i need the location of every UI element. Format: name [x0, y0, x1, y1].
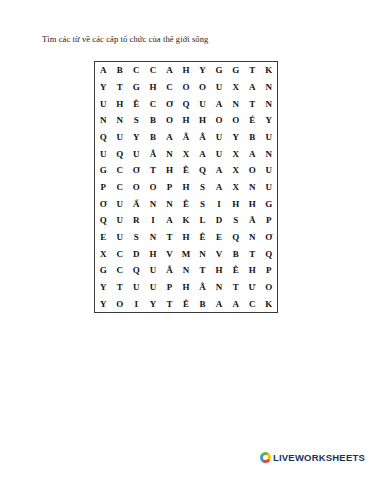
worksheet-page: Tìm các từ về các cấp tổ chức của thế gi… — [0, 0, 372, 480]
grid-cell[interactable]: K — [178, 212, 195, 229]
grid-cell[interactable]: X — [178, 145, 195, 162]
grid-cell[interactable]: N — [145, 229, 162, 246]
grid-cell[interactable]: N — [194, 245, 211, 262]
grid-cell[interactable]: U — [112, 195, 129, 212]
grid-cell[interactable]: X — [227, 162, 244, 179]
grid-cell[interactable]: A — [161, 62, 178, 79]
grid-cell[interactable]: U — [211, 129, 228, 146]
grid-cell[interactable]: H — [178, 62, 195, 79]
grid-cell[interactable]: I — [145, 212, 162, 229]
grid-cell[interactable]: B — [145, 112, 162, 129]
grid-cell[interactable]: A — [211, 295, 228, 312]
grid-cell[interactable]: U — [112, 229, 129, 246]
grid-cell[interactable]: U — [260, 179, 277, 196]
grid-cell[interactable]: H — [178, 179, 195, 196]
puzzle-title: Tìm các từ về các cấp tổ chức của thế gi… — [42, 34, 208, 44]
grid-cell[interactable]: Q — [112, 145, 129, 162]
grid-cell[interactable]: O — [260, 279, 277, 296]
grid-cell[interactable]: Ơ — [260, 229, 277, 246]
grid-cell[interactable]: U — [211, 79, 228, 96]
grid-cell[interactable]: T — [194, 262, 211, 279]
grid-cell[interactable]: H — [244, 262, 261, 279]
grid-cell[interactable]: Y — [145, 295, 162, 312]
grid-cell[interactable]: G — [128, 79, 145, 96]
grid-cell[interactable]: S — [194, 195, 211, 212]
grid-cell[interactable]: P — [260, 262, 277, 279]
grid-cell[interactable]: A — [95, 62, 112, 79]
grid-cell[interactable]: G — [260, 195, 277, 212]
grid-cell[interactable]: H — [178, 229, 195, 246]
grid-cell[interactable]: N — [161, 195, 178, 212]
grid-cell[interactable]: T — [112, 79, 129, 96]
grid-cell[interactable]: U — [95, 95, 112, 112]
grid-cell[interactable]: N — [95, 112, 112, 129]
grid-cell[interactable]: N — [161, 145, 178, 162]
grid-cell[interactable]: Q — [128, 262, 145, 279]
grid-cell[interactable]: R — [128, 212, 145, 229]
grid-cell[interactable]: T — [244, 245, 261, 262]
grid-cell[interactable]: Ê — [178, 195, 195, 212]
grid-cell[interactable]: C — [161, 79, 178, 96]
grid-cell[interactable]: N — [227, 95, 244, 112]
grid-cell[interactable]: H — [112, 95, 129, 112]
grid-cell[interactable]: T — [227, 279, 244, 296]
grid-cell[interactable]: N — [260, 95, 277, 112]
grid-cell[interactable]: U — [145, 279, 162, 296]
grid-cell[interactable]: Q — [194, 162, 211, 179]
grid-cell[interactable]: Ã — [244, 212, 261, 229]
grid-cell[interactable]: O — [178, 79, 195, 96]
grid-cell[interactable]: C — [128, 62, 145, 79]
grid-cell[interactable]: O — [161, 112, 178, 129]
grid-cell[interactable]: O — [194, 79, 211, 96]
grid-cell[interactable]: Ê — [227, 262, 244, 279]
grid-cell[interactable]: Y — [194, 62, 211, 79]
grid-cell[interactable]: C — [112, 262, 129, 279]
grid-cell[interactable]: Ơ — [161, 95, 178, 112]
grid-cell[interactable]: Ẩ — [128, 195, 145, 212]
grid-cell[interactable]: C — [112, 179, 129, 196]
grid-cell[interactable]: G — [95, 262, 112, 279]
grid-cell[interactable]: D — [211, 212, 228, 229]
grid-cell[interactable]: A — [211, 162, 228, 179]
word-search-grid: ABCCAHYGGTKYTGHCOOUXANUHÊCƠQUANTNNNSBOHH… — [94, 61, 278, 313]
grid-cell[interactable]: H — [161, 162, 178, 179]
grid-cell[interactable]: H — [211, 262, 228, 279]
grid-cell[interactable]: P — [161, 279, 178, 296]
grid-cell[interactable]: U — [128, 279, 145, 296]
grid-cell[interactable]: A — [211, 179, 228, 196]
grid-cell[interactable]: Q — [260, 245, 277, 262]
grid-cell[interactable]: T — [244, 95, 261, 112]
grid-cell[interactable]: O — [244, 162, 261, 179]
grid-cell[interactable]: I — [211, 195, 228, 212]
grid-cell[interactable]: H — [145, 245, 162, 262]
grid-cell[interactable]: C — [112, 245, 129, 262]
grid-cell[interactable]: Q — [178, 95, 195, 112]
liveworksheets-brand[interactable]: LIVEWORKSHEETS — [260, 452, 365, 463]
grid-cell[interactable]: O — [145, 179, 162, 196]
grid-cell[interactable]: T — [244, 62, 261, 79]
grid-cell[interactable]: U — [128, 145, 145, 162]
grid-cell[interactable]: O — [227, 112, 244, 129]
grid-cell[interactable]: M — [178, 245, 195, 262]
grid-cell[interactable]: C — [112, 162, 129, 179]
grid-cell[interactable]: Q — [95, 129, 112, 146]
grid-cell[interactable]: U — [95, 145, 112, 162]
grid-cell[interactable]: H — [178, 112, 195, 129]
grid-cell[interactable]: H — [244, 195, 261, 212]
grid-cell[interactable]: T — [112, 279, 129, 296]
grid-cell[interactable]: U — [145, 262, 162, 279]
grid-cell[interactable]: K — [260, 62, 277, 79]
grid-cell[interactable]: B — [194, 295, 211, 312]
grid-cell[interactable]: U — [211, 145, 228, 162]
grid-cell[interactable]: C — [244, 295, 261, 312]
grid-cell[interactable]: Â — [145, 145, 162, 162]
grid-cell[interactable]: Â — [178, 129, 195, 146]
grid-cell[interactable]: T — [161, 295, 178, 312]
grid-cell[interactable]: H — [227, 195, 244, 212]
grid-cell[interactable]: V — [161, 245, 178, 262]
grid-cell[interactable]: P — [161, 179, 178, 196]
grid-cell[interactable]: A — [227, 295, 244, 312]
grid-cell[interactable]: Y — [227, 129, 244, 146]
grid-cell[interactable]: N — [244, 229, 261, 246]
grid-cell[interactable]: U — [112, 212, 129, 229]
grid-cell[interactable]: N — [145, 195, 162, 212]
grid-cell[interactable]: A — [244, 79, 261, 96]
grid-cell[interactable]: Ê — [194, 229, 211, 246]
grid-cell[interactable]: Y — [260, 112, 277, 129]
grid-cell[interactable]: Â — [194, 129, 211, 146]
grid-cell[interactable]: G — [211, 62, 228, 79]
grid-cell[interactable]: Ơ — [95, 195, 112, 212]
grid-cell[interactable]: P — [95, 179, 112, 196]
grid-cell[interactable]: X — [227, 79, 244, 96]
grid-cell[interactable]: B — [227, 245, 244, 262]
grid-cell[interactable]: O — [128, 179, 145, 196]
grid-cell[interactable]: Y — [95, 279, 112, 296]
globe-icon — [260, 452, 271, 463]
grid-cell[interactable]: G — [95, 162, 112, 179]
grid-cell[interactable]: Ơ — [128, 162, 145, 179]
grid-cell[interactable]: Â — [194, 279, 211, 296]
brand-label: LIVEWORKSHEETS — [273, 452, 365, 463]
grid-cell[interactable]: V — [211, 245, 228, 262]
grid-cell[interactable]: É — [244, 112, 261, 129]
grid-cell[interactable]: Â — [161, 262, 178, 279]
grid-cell[interactable]: A — [211, 95, 228, 112]
grid-cell[interactable]: X — [95, 245, 112, 262]
grid-cell[interactable]: Y — [95, 295, 112, 312]
grid-cell[interactable]: A — [161, 129, 178, 146]
grid-cell[interactable]: U — [194, 95, 211, 112]
grid-cell[interactable]: Q — [227, 229, 244, 246]
grid-cell[interactable]: S — [227, 212, 244, 229]
grid-cell[interactable]: O — [211, 112, 228, 129]
grid-cell[interactable]: Ê — [128, 95, 145, 112]
grid-cell[interactable]: Ư — [244, 279, 261, 296]
grid-cell[interactable]: E — [211, 229, 228, 246]
grid-cell[interactable]: S — [128, 229, 145, 246]
grid-cell[interactable]: B — [244, 129, 261, 146]
grid-cell[interactable]: N — [211, 279, 228, 296]
grid-cell[interactable]: E — [95, 229, 112, 246]
grid-cell[interactable]: B — [145, 129, 162, 146]
grid-cell[interactable]: A — [194, 145, 211, 162]
grid-cell[interactable]: I — [128, 295, 145, 312]
grid-cell[interactable]: T — [161, 229, 178, 246]
grid-cell[interactable]: O — [112, 295, 129, 312]
grid-cell[interactable]: B — [112, 62, 129, 79]
grid-cell[interactable]: S — [194, 179, 211, 196]
grid-cell[interactable]: D — [128, 245, 145, 262]
grid-cell[interactable]: K — [260, 295, 277, 312]
grid-cell[interactable]: N — [112, 112, 129, 129]
grid-cell[interactable]: C — [145, 95, 162, 112]
grid-cell[interactable]: Ê — [178, 295, 195, 312]
grid-cell[interactable]: H — [178, 279, 195, 296]
grid-cell[interactable]: C — [145, 62, 162, 79]
grid-cell[interactable]: U — [260, 129, 277, 146]
grid-cell[interactable]: Q — [95, 212, 112, 229]
grid-cell[interactable]: N — [260, 79, 277, 96]
grid-cell[interactable]: U — [260, 162, 277, 179]
grid-cell[interactable]: L — [194, 212, 211, 229]
grid-cell[interactable]: A — [244, 145, 261, 162]
grid-cell[interactable]: Y — [128, 129, 145, 146]
grid-cell[interactable]: T — [145, 162, 162, 179]
grid-cell[interactable]: X — [227, 145, 244, 162]
grid-cell[interactable]: S — [128, 112, 145, 129]
grid-cell[interactable]: H — [145, 79, 162, 96]
grid-cell[interactable]: H — [194, 112, 211, 129]
grid-cell[interactable]: N — [260, 145, 277, 162]
grid-cell[interactable]: Ê — [178, 162, 195, 179]
grid-cell[interactable]: A — [161, 212, 178, 229]
grid-cell[interactable]: P — [260, 212, 277, 229]
grid-cell[interactable]: G — [227, 62, 244, 79]
grid-cell[interactable]: X — [227, 179, 244, 196]
grid-cell[interactable]: Y — [95, 79, 112, 96]
grid-cell[interactable]: N — [178, 262, 195, 279]
grid-cell[interactable]: N — [244, 179, 261, 196]
grid-cell[interactable]: U — [112, 129, 129, 146]
